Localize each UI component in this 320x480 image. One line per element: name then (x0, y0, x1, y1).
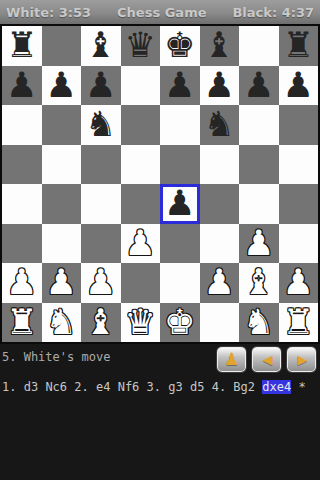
white-rook-h1: ♜ (283, 303, 314, 342)
move-token: 2. (74, 380, 88, 394)
square-a5[interactable] (2, 145, 42, 185)
status-row: 5. White's move ♟ ◀ ▶ (0, 344, 320, 373)
square-e6[interactable] (160, 105, 200, 145)
square-b6[interactable] (42, 105, 82, 145)
square-d5[interactable] (121, 145, 161, 185)
square-e5[interactable] (160, 145, 200, 185)
black-pawn-f7: ♟ (204, 66, 235, 105)
square-c3[interactable] (81, 224, 121, 264)
move-token: e4 (96, 380, 110, 394)
square-c5[interactable] (81, 145, 121, 185)
move-token: 4. (212, 380, 226, 394)
bottom-panel: 5. White's move ♟ ◀ ▶ 1. d3 Nc6 2. e4 Nf… (0, 344, 320, 394)
white-knight-g1: ♞ (243, 303, 274, 342)
white-bishop-g2: ♝ (243, 263, 274, 302)
square-f4[interactable] (200, 184, 240, 224)
square-g4[interactable] (239, 184, 279, 224)
white-pawn-h2: ♟ (283, 263, 314, 302)
square-e2[interactable] (160, 263, 200, 303)
square-e8[interactable]: ♚ (160, 26, 200, 66)
square-a6[interactable] (2, 105, 42, 145)
square-a3[interactable] (2, 224, 42, 264)
black-rook-a8: ♜ (6, 26, 37, 65)
black-pawn-h7: ♟ (283, 66, 314, 105)
square-g2[interactable]: ♝ (239, 263, 279, 303)
square-d8[interactable]: ♛ (121, 26, 161, 66)
move-token: * (298, 380, 305, 394)
square-g1[interactable]: ♞ (239, 303, 279, 343)
square-d6[interactable] (121, 105, 161, 145)
white-knight-b1: ♞ (46, 303, 77, 342)
undo-move-button[interactable]: ◀ (251, 346, 282, 373)
square-g5[interactable] (239, 145, 279, 185)
square-b3[interactable] (42, 224, 82, 264)
square-c7[interactable]: ♟ (81, 66, 121, 106)
move-list: 1. d3 Nc6 2. e4 Nf6 3. g3 d5 4. Bg2 dxe4… (0, 373, 320, 394)
square-h4[interactable] (279, 184, 319, 224)
black-clock: Black: 4:37 (232, 5, 314, 20)
black-bishop-c8: ♝ (85, 26, 116, 65)
square-e3[interactable] (160, 224, 200, 264)
black-pawn-e7: ♟ (164, 66, 195, 105)
square-d3[interactable]: ♟ (121, 224, 161, 264)
white-rook-a1: ♜ (6, 303, 37, 342)
white-pawn-c2: ♟ (85, 263, 116, 302)
square-h6[interactable] (279, 105, 319, 145)
square-b8[interactable] (42, 26, 82, 66)
square-c4[interactable] (81, 184, 121, 224)
square-h3[interactable] (279, 224, 319, 264)
chess-board: ♜♝♛♚♝♜♟♟♟♟♟♟♟♞♞♟♟♟♟♟♟♟♝♟♜♞♝♛♚♞♜ (0, 24, 320, 344)
white-pawn-b2: ♟ (46, 263, 77, 302)
square-f2[interactable]: ♟ (200, 263, 240, 303)
square-f3[interactable] (200, 224, 240, 264)
black-knight-c6: ♞ (85, 105, 116, 144)
chess-app-screen: White: 3:53 Chess Game Black: 4:37 ♜♝♛♚♝… (0, 0, 320, 480)
square-h2[interactable]: ♟ (279, 263, 319, 303)
square-c2[interactable]: ♟ (81, 263, 121, 303)
black-pawn-a7: ♟ (6, 66, 37, 105)
move-token: 1. (2, 380, 16, 394)
move-token: Nf6 (118, 380, 140, 394)
white-pawn-g3: ♟ (243, 224, 274, 263)
move-token: g3 (168, 380, 182, 394)
square-f7[interactable]: ♟ (200, 66, 240, 106)
arrow-left-icon: ◀ (263, 353, 271, 366)
white-bishop-c1: ♝ (85, 303, 116, 342)
black-king-e8: ♚ (164, 26, 195, 65)
square-d1[interactable]: ♛ (121, 303, 161, 343)
status-text: 5. White's move (2, 350, 110, 364)
square-b4[interactable] (42, 184, 82, 224)
square-f5[interactable] (200, 145, 240, 185)
white-pawn-a2: ♟ (6, 263, 37, 302)
black-rook-h8: ♜ (283, 26, 314, 65)
square-g7[interactable]: ♟ (239, 66, 279, 106)
square-e4[interactable]: ♟ (160, 184, 200, 224)
square-g6[interactable] (239, 105, 279, 145)
square-h5[interactable] (279, 145, 319, 185)
engine-move-button[interactable]: ♟ (216, 346, 247, 373)
square-a8[interactable]: ♜ (2, 26, 42, 66)
toolbar: ♟ ◀ ▶ (216, 346, 317, 373)
move-token-selected: dxe4 (262, 380, 291, 394)
move-token: 3. (147, 380, 161, 394)
white-pawn-f2: ♟ (204, 263, 235, 302)
square-a1[interactable]: ♜ (2, 303, 42, 343)
square-d7[interactable] (121, 66, 161, 106)
square-b7[interactable]: ♟ (42, 66, 82, 106)
black-pawn-b7: ♟ (46, 66, 77, 105)
arrow-right-icon: ▶ (298, 353, 306, 366)
square-b1[interactable]: ♞ (42, 303, 82, 343)
square-a2[interactable]: ♟ (2, 263, 42, 303)
square-c6[interactable]: ♞ (81, 105, 121, 145)
move-token: d5 (190, 380, 204, 394)
square-d2[interactable] (121, 263, 161, 303)
square-g3[interactable]: ♟ (239, 224, 279, 264)
square-f6[interactable]: ♞ (200, 105, 240, 145)
square-b5[interactable] (42, 145, 82, 185)
gold-pawn-icon: ♟ (224, 351, 239, 368)
move-token: Bg2 (233, 380, 255, 394)
square-c8[interactable]: ♝ (81, 26, 121, 66)
app-title: Chess Game (117, 5, 206, 20)
square-d4[interactable] (121, 184, 161, 224)
black-pawn-e4: ♟ (164, 184, 195, 223)
square-e7[interactable]: ♟ (160, 66, 200, 106)
white-king-e1: ♚ (164, 303, 195, 342)
black-pawn-g7: ♟ (243, 66, 274, 105)
square-h1[interactable]: ♜ (279, 303, 319, 343)
white-queen-d1: ♛ (125, 303, 156, 342)
black-bishop-f8: ♝ (204, 26, 235, 65)
move-token: Nc6 (45, 380, 67, 394)
white-clock: White: 3:53 (6, 5, 91, 20)
square-f1[interactable] (200, 303, 240, 343)
square-a7[interactable]: ♟ (2, 66, 42, 106)
title-bar: White: 3:53 Chess Game Black: 4:37 (0, 0, 320, 24)
square-f8[interactable]: ♝ (200, 26, 240, 66)
square-g8[interactable] (239, 26, 279, 66)
square-b2[interactable]: ♟ (42, 263, 82, 303)
white-pawn-d3: ♟ (125, 224, 156, 263)
black-knight-f6: ♞ (204, 105, 235, 144)
square-h8[interactable]: ♜ (279, 26, 319, 66)
square-h7[interactable]: ♟ (279, 66, 319, 106)
square-a4[interactable] (2, 184, 42, 224)
black-pawn-c7: ♟ (85, 66, 116, 105)
move-token: d3 (24, 380, 38, 394)
redo-move-button[interactable]: ▶ (286, 346, 317, 373)
square-e1[interactable]: ♚ (160, 303, 200, 343)
square-c1[interactable]: ♝ (81, 303, 121, 343)
black-queen-d8: ♛ (125, 26, 156, 65)
